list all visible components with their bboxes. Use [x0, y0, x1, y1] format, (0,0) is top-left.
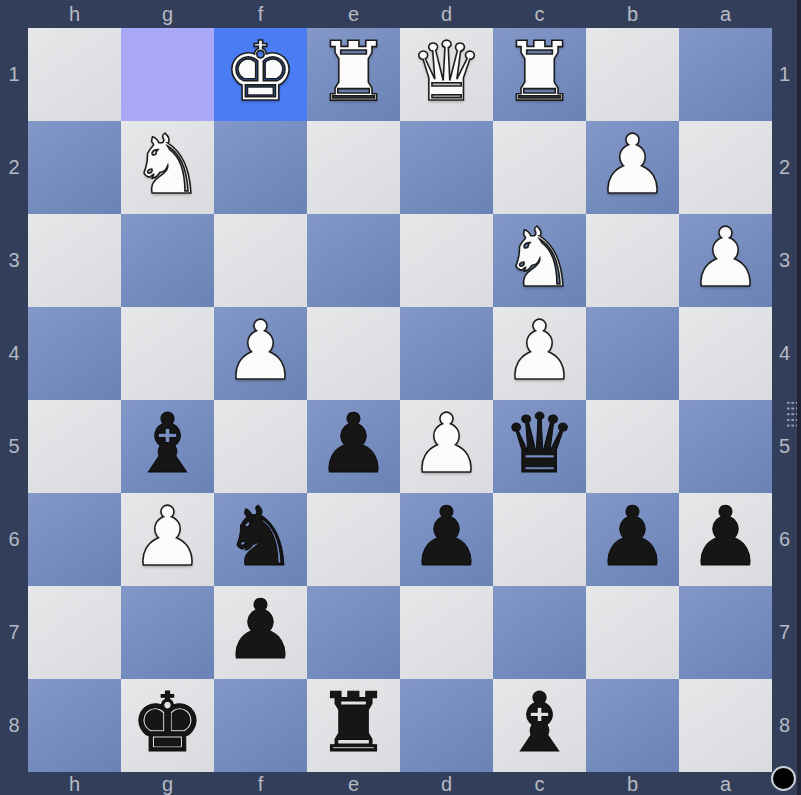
square-c7[interactable]: [493, 586, 586, 679]
square-e7[interactable]: [307, 586, 400, 679]
file-label-h: h: [28, 0, 121, 28]
file-label-c: c: [493, 772, 586, 795]
square-e4[interactable]: [307, 307, 400, 400]
white-rook-c1[interactable]: ♜: [503, 25, 577, 118]
square-c2[interactable]: [493, 121, 586, 214]
square-d3[interactable]: [400, 214, 493, 307]
file-label-g: g: [121, 772, 214, 795]
black-to-move-indicator: [771, 766, 796, 791]
square-d4[interactable]: [400, 307, 493, 400]
square-e2[interactable]: [307, 121, 400, 214]
black-knight-f6[interactable]: ♞: [224, 490, 298, 583]
white-pawn-f4[interactable]: ♟: [224, 304, 298, 397]
square-d5[interactable]: ♟: [400, 400, 493, 493]
black-king-g8[interactable]: ♚: [131, 676, 205, 769]
square-a2[interactable]: [679, 121, 772, 214]
square-g3[interactable]: [121, 214, 214, 307]
white-knight-c3[interactable]: ♞: [503, 211, 577, 304]
square-e5[interactable]: ♟: [307, 400, 400, 493]
black-pawn-e5[interactable]: ♟: [317, 397, 391, 490]
square-g5[interactable]: ♝: [121, 400, 214, 493]
rank-label-3: 3: [772, 214, 797, 307]
square-g1[interactable]: [121, 28, 214, 121]
rank-labels-left: 12345678: [0, 28, 28, 772]
black-pawn-a6[interactable]: ♟: [689, 490, 763, 583]
square-f3[interactable]: [214, 214, 307, 307]
square-d2[interactable]: [400, 121, 493, 214]
rank-label-5: 5: [0, 400, 28, 493]
square-a7[interactable]: [679, 586, 772, 679]
file-label-d: d: [400, 772, 493, 795]
square-g4[interactable]: [121, 307, 214, 400]
white-king-f1[interactable]: ♚: [224, 25, 298, 118]
rank-label-1: 1: [0, 28, 28, 121]
rank-label-8: 8: [0, 679, 28, 772]
black-pawn-d6[interactable]: ♟: [410, 490, 484, 583]
file-label-h: h: [28, 772, 121, 795]
square-d7[interactable]: [400, 586, 493, 679]
black-bishop-g5[interactable]: ♝: [131, 397, 205, 490]
file-label-b: b: [586, 772, 679, 795]
rank-label-4: 4: [0, 307, 28, 400]
square-f6[interactable]: ♞: [214, 493, 307, 586]
rank-label-3: 3: [0, 214, 28, 307]
square-h6[interactable]: [28, 493, 121, 586]
chess-board-frame: hgfedcba hgfedcba 12345678 12345678 ♚♜♛♜…: [0, 0, 801, 795]
square-a6[interactable]: ♟: [679, 493, 772, 586]
square-g6[interactable]: ♟: [121, 493, 214, 586]
white-queen-d1[interactable]: ♛: [410, 25, 484, 118]
square-h3[interactable]: [28, 214, 121, 307]
square-g7[interactable]: [121, 586, 214, 679]
black-pawn-b6[interactable]: ♟: [596, 490, 670, 583]
square-e1[interactable]: ♜: [307, 28, 400, 121]
chess-board[interactable]: ♚♜♛♜♞♟♞♟♟♟♝♟♟♛♟♞♟♟♟♟♚♜♝: [28, 28, 772, 772]
square-a5[interactable]: [679, 400, 772, 493]
square-d8[interactable]: [400, 679, 493, 772]
square-c4[interactable]: ♟: [493, 307, 586, 400]
square-f7[interactable]: ♟: [214, 586, 307, 679]
white-pawn-c4[interactable]: ♟: [503, 304, 577, 397]
rank-label-8: 8: [772, 679, 797, 772]
square-h1[interactable]: [28, 28, 121, 121]
square-c6[interactable]: [493, 493, 586, 586]
square-h8[interactable]: [28, 679, 121, 772]
square-f8[interactable]: [214, 679, 307, 772]
square-g8[interactable]: ♚: [121, 679, 214, 772]
square-f1[interactable]: ♚: [214, 28, 307, 121]
rank-label-2: 2: [772, 121, 797, 214]
square-b2[interactable]: ♟: [586, 121, 679, 214]
right-edge-strip: [797, 0, 801, 795]
rank-label-4: 4: [772, 307, 797, 400]
square-b7[interactable]: [586, 586, 679, 679]
square-e3[interactable]: [307, 214, 400, 307]
square-b1[interactable]: [586, 28, 679, 121]
file-label-e: e: [307, 772, 400, 795]
square-e6[interactable]: [307, 493, 400, 586]
white-knight-g2[interactable]: ♞: [131, 118, 205, 211]
file-label-a: a: [679, 772, 772, 795]
file-label-g: g: [121, 0, 214, 28]
square-f4[interactable]: ♟: [214, 307, 307, 400]
square-b6[interactable]: ♟: [586, 493, 679, 586]
rank-label-6: 6: [0, 493, 28, 586]
black-bishop-c8[interactable]: ♝: [503, 676, 577, 769]
white-pawn-g6[interactable]: ♟: [131, 490, 205, 583]
square-f2[interactable]: [214, 121, 307, 214]
file-labels-bottom: hgfedcba: [28, 772, 772, 795]
square-e8[interactable]: ♜: [307, 679, 400, 772]
square-a3[interactable]: ♟: [679, 214, 772, 307]
white-rook-e1[interactable]: ♜: [317, 25, 391, 118]
square-g2[interactable]: ♞: [121, 121, 214, 214]
rank-label-7: 7: [0, 586, 28, 679]
square-c5[interactable]: ♛: [493, 400, 586, 493]
square-c3[interactable]: ♞: [493, 214, 586, 307]
square-c8[interactable]: ♝: [493, 679, 586, 772]
square-h5[interactable]: [28, 400, 121, 493]
square-a1[interactable]: [679, 28, 772, 121]
square-c1[interactable]: ♜: [493, 28, 586, 121]
white-pawn-d5[interactable]: ♟: [410, 397, 484, 490]
black-pawn-f7[interactable]: ♟: [224, 583, 298, 676]
square-d1[interactable]: ♛: [400, 28, 493, 121]
square-b4[interactable]: [586, 307, 679, 400]
file-label-a: a: [679, 0, 772, 28]
square-d6[interactable]: ♟: [400, 493, 493, 586]
square-f5[interactable]: [214, 400, 307, 493]
square-b8[interactable]: [586, 679, 679, 772]
square-b5[interactable]: [586, 400, 679, 493]
file-label-b: b: [586, 0, 679, 28]
black-rook-e8[interactable]: ♜: [317, 676, 391, 769]
square-a4[interactable]: [679, 307, 772, 400]
rank-label-2: 2: [0, 121, 28, 214]
square-b3[interactable]: [586, 214, 679, 307]
white-pawn-a3[interactable]: ♟: [689, 211, 763, 304]
rank-label-1: 1: [772, 28, 797, 121]
file-labels-top: hgfedcba: [28, 0, 772, 28]
black-queen-c5[interactable]: ♛: [503, 397, 577, 490]
file-label-f: f: [214, 772, 307, 795]
rank-label-7: 7: [772, 586, 797, 679]
square-h7[interactable]: [28, 586, 121, 679]
rank-label-6: 6: [772, 493, 797, 586]
square-h2[interactable]: [28, 121, 121, 214]
square-a8[interactable]: [679, 679, 772, 772]
square-h4[interactable]: [28, 307, 121, 400]
white-pawn-b2[interactable]: ♟: [596, 118, 670, 211]
